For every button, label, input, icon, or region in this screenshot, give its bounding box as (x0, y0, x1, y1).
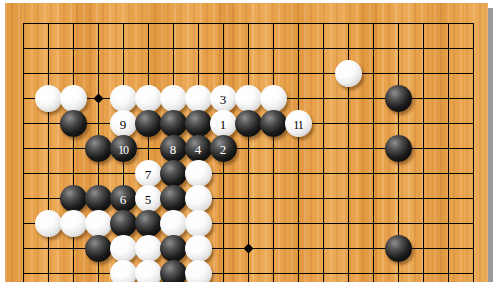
stone-white[interactable] (160, 210, 187, 237)
move-number: 10 (118, 143, 128, 157)
stone-white[interactable] (160, 85, 187, 112)
stone-black[interactable] (235, 110, 262, 137)
stone-white[interactable] (135, 260, 162, 282)
stone-white[interactable] (185, 235, 212, 262)
move-number: 5 (145, 192, 152, 207)
stone-white[interactable]: 3 (210, 85, 237, 112)
stone-white[interactable] (185, 85, 212, 112)
stone-white[interactable]: 1 (210, 110, 237, 137)
stone-black[interactable] (160, 260, 187, 282)
go-diagram-page: 3911110842765 (0, 0, 500, 282)
move-number: 11 (293, 118, 303, 132)
stone-white[interactable] (85, 210, 112, 237)
stone-black[interactable] (385, 135, 412, 162)
stone-white[interactable]: 9 (110, 110, 137, 137)
stone-black[interactable]: 10 (110, 135, 137, 162)
stone-black[interactable]: 6 (110, 185, 137, 212)
move-number: 4 (195, 142, 202, 157)
stone-white[interactable] (135, 235, 162, 262)
stone-black[interactable] (260, 110, 287, 137)
stone-white[interactable] (185, 260, 212, 282)
stone-black[interactable] (85, 235, 112, 262)
stone-black[interactable] (160, 160, 187, 187)
stone-white[interactable] (335, 60, 362, 87)
stone-white[interactable]: 5 (135, 185, 162, 212)
stone-white[interactable] (60, 210, 87, 237)
stone-black[interactable] (135, 110, 162, 137)
move-number: 1 (220, 117, 227, 132)
board[interactable]: 3911110842765 (5, 3, 488, 282)
stone-white[interactable]: 7 (135, 160, 162, 187)
stone-white[interactable] (260, 85, 287, 112)
stone-white[interactable] (60, 85, 87, 112)
stone-black[interactable] (160, 235, 187, 262)
stone-white[interactable] (110, 260, 137, 282)
stone-black[interactable] (60, 185, 87, 212)
stone-white[interactable] (235, 85, 262, 112)
move-number: 8 (170, 142, 177, 157)
stone-black[interactable] (110, 210, 137, 237)
stone-white[interactable] (185, 160, 212, 187)
stone-white[interactable] (185, 185, 212, 212)
stone-white[interactable] (185, 210, 212, 237)
stone-white[interactable] (110, 85, 137, 112)
stone-black[interactable] (385, 85, 412, 112)
stone-white[interactable] (35, 85, 62, 112)
move-number: 6 (120, 192, 127, 207)
stone-white[interactable] (135, 85, 162, 112)
move-number: 7 (145, 167, 152, 182)
move-number: 9 (120, 117, 127, 132)
stone-white[interactable]: 11 (285, 110, 312, 137)
stone-black[interactable] (85, 135, 112, 162)
stone-black[interactable] (60, 110, 87, 137)
stone-white[interactable] (110, 235, 137, 262)
stone-black[interactable] (135, 210, 162, 237)
stone-black[interactable]: 8 (160, 135, 187, 162)
stone-black[interactable] (185, 110, 212, 137)
move-number: 2 (220, 142, 227, 157)
stone-black[interactable] (160, 110, 187, 137)
move-number: 3 (220, 92, 227, 107)
stone-black[interactable] (160, 185, 187, 212)
stone-black[interactable] (85, 185, 112, 212)
stone-black[interactable]: 2 (210, 135, 237, 162)
stone-white[interactable] (35, 210, 62, 237)
stone-black[interactable]: 4 (185, 135, 212, 162)
stone-black[interactable] (385, 235, 412, 262)
